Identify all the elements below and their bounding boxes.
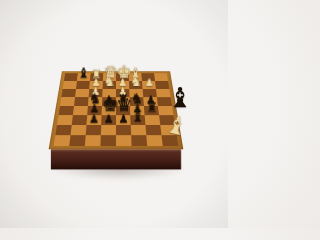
square-d6 — [102, 89, 116, 97]
piece-black-pawn: ♟ — [87, 113, 102, 125]
square-c3: ♟ — [86, 115, 101, 125]
square-f5: ♞ — [130, 97, 144, 106]
square-e4: ♛ — [116, 106, 130, 115]
square-a3 — [57, 115, 73, 125]
square-g6 — [143, 89, 157, 97]
square-b3 — [72, 115, 88, 125]
square-b5 — [74, 97, 89, 106]
square-d8: ♛ — [103, 73, 116, 81]
square-b6 — [75, 89, 89, 97]
square-a2 — [55, 125, 71, 135]
square-a5 — [60, 97, 75, 106]
square-c2 — [86, 125, 102, 135]
square-a1 — [54, 135, 71, 146]
square-c6: ♟ — [89, 89, 103, 97]
square-b7 — [76, 81, 90, 89]
square-e2 — [116, 125, 131, 135]
piece-black-pawn: ♟ — [116, 113, 131, 125]
square-e1 — [116, 135, 132, 146]
piece-black-pawn: ♟ — [101, 113, 116, 125]
chess-board-frame: ♝♜♛♚♝♟♞♟♞♟♟♟♞♟♜♞♟♟♚♛♟♜♟♟♟♝ — [49, 71, 184, 149]
square-f6 — [129, 89, 143, 97]
square-e3: ♟ — [116, 115, 131, 125]
board-box-side — [51, 149, 181, 169]
square-c8: ♜ — [90, 73, 103, 81]
piece-white-bishop: ♝ — [129, 66, 142, 80]
square-g3 — [145, 115, 161, 125]
piece-black-pawn: ♟ — [144, 94, 158, 105]
square-g4: ♜ — [144, 106, 159, 115]
chess-set-photo: ♝♜♛♚♝♟♞♟♞♟♟♟♞♟♜♞♟♟♚♛♟♜♟♟♟♝ ♝ ♝ — [0, 0, 228, 228]
square-g2 — [146, 125, 162, 135]
square-e5: ♜ — [116, 97, 130, 106]
square-d3: ♟ — [101, 115, 116, 125]
square-g1 — [146, 135, 162, 146]
captured-white-piece-lying: ♝ — [163, 112, 190, 140]
square-c4: ♟ — [87, 106, 102, 115]
square-c5: ♞ — [88, 97, 102, 106]
square-f8: ♝ — [129, 73, 142, 81]
piece-black-pawn: ♟ — [102, 94, 116, 105]
square-f7: ♞ — [129, 81, 143, 89]
square-h8 — [154, 73, 168, 81]
square-d1 — [100, 135, 116, 146]
square-b2 — [71, 125, 87, 135]
square-d4: ♚ — [102, 106, 116, 115]
square-a4 — [59, 106, 74, 115]
square-a7 — [63, 81, 77, 89]
square-g7: ♟ — [142, 81, 156, 89]
square-b1 — [69, 135, 85, 146]
piece-white-queen: ♛ — [103, 64, 116, 81]
piece-black-bishop: ♝ — [77, 66, 90, 80]
square-d7: ♞ — [103, 81, 116, 89]
board-tilt: ♝♜♛♚♝♟♞♟♞♟♟♟♞♟♜♞♟♟♚♛♟♜♟♟♟♝ — [49, 71, 184, 149]
square-a8 — [64, 73, 78, 81]
square-e6: ♟ — [116, 89, 130, 97]
piece-white-rook: ♜ — [90, 68, 103, 80]
square-f4: ♟ — [130, 106, 145, 115]
board-scene: ♝♜♛♚♝♟♞♟♞♟♟♟♞♟♜♞♟♟♚♛♟♜♟♟♟♝ — [56, 46, 176, 166]
piece-white-king: ♚ — [116, 63, 129, 81]
square-c7: ♟ — [89, 81, 103, 89]
square-f3: ♝ — [130, 115, 145, 125]
square-g8 — [141, 73, 155, 81]
square-e7: ♟ — [116, 81, 129, 89]
square-b4 — [73, 106, 88, 115]
captured-black-piece: ♝ — [168, 84, 192, 111]
square-d5: ♟ — [102, 97, 116, 106]
square-a6 — [61, 89, 76, 97]
square-g5: ♟ — [143, 97, 158, 106]
square-b8: ♝ — [77, 73, 91, 81]
chess-board: ♝♜♛♚♝♟♞♟♞♟♟♟♞♟♜♞♟♟♚♛♟♜♟♟♟♝ — [54, 73, 179, 146]
square-f2 — [131, 125, 147, 135]
square-f1 — [131, 135, 147, 146]
square-d2 — [101, 125, 116, 135]
square-c1 — [85, 135, 101, 146]
square-e8: ♚ — [116, 73, 129, 81]
